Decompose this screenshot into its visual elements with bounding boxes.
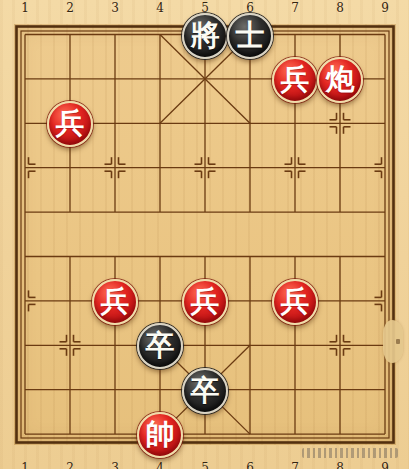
- file-label-bottom-3: 3: [107, 461, 123, 469]
- piece-red-soldier[interactable]: 兵: [47, 101, 93, 147]
- piece-red-general[interactable]: 帥: [137, 412, 183, 458]
- file-label-top-3: 3: [107, 1, 123, 15]
- piece-black-advisor[interactable]: 士: [227, 13, 273, 59]
- file-label-top-7: 7: [287, 1, 303, 15]
- file-label-top-8: 8: [332, 1, 348, 15]
- edge-smudge-overlay: [383, 320, 403, 363]
- piece-red-soldier[interactable]: 兵: [272, 279, 318, 325]
- piece-red-cannon[interactable]: 炮: [317, 57, 363, 103]
- file-label-top-2: 2: [62, 1, 78, 15]
- piece-black-general[interactable]: 將: [182, 13, 228, 59]
- file-label-top-1: 1: [17, 1, 33, 15]
- file-label-bottom-9: 9: [377, 461, 393, 469]
- file-label-bottom-1: 1: [17, 461, 33, 469]
- piece-red-soldier[interactable]: 兵: [92, 279, 138, 325]
- file-label-bottom-7: 7: [287, 461, 303, 469]
- file-label-bottom-6: 6: [242, 461, 258, 469]
- file-label-top-4: 4: [152, 1, 168, 15]
- file-label-bottom-8: 8: [332, 461, 348, 469]
- piece-red-soldier[interactable]: 兵: [272, 57, 318, 103]
- file-label-bottom-2: 2: [62, 461, 78, 469]
- file-label-top-9: 9: [377, 1, 393, 15]
- piece-black-soldier[interactable]: 卒: [137, 323, 183, 369]
- file-label-bottom-4: 4: [152, 461, 168, 469]
- piece-red-soldier[interactable]: 兵: [182, 279, 228, 325]
- watermark: [302, 448, 398, 458]
- file-label-bottom-5: 5: [197, 461, 213, 469]
- piece-black-soldier[interactable]: 卒: [182, 368, 228, 414]
- xiangqi-board: 123456789 123456789 將士兵炮兵兵兵兵卒卒帥: [0, 0, 409, 469]
